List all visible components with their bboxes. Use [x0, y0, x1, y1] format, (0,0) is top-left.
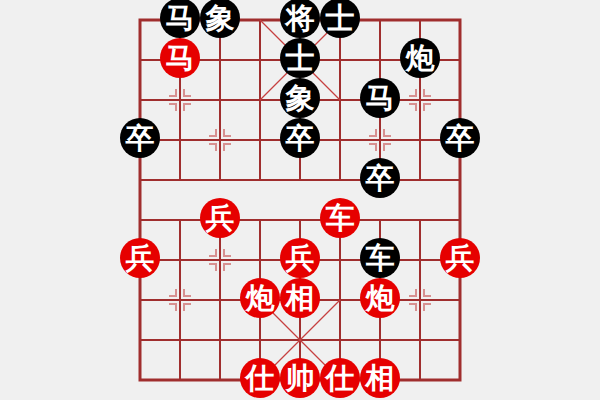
- piece-black-horse[interactable]: 马: [160, 0, 200, 38]
- piece-red-advisor[interactable]: 仕: [240, 358, 280, 398]
- piece-red-cannon[interactable]: 炮: [360, 278, 400, 318]
- piece-black-horse[interactable]: 马: [360, 78, 400, 118]
- xiangqi-app-canvas: 马象将士马士炮象马卒卒卒卒兵车兵兵车兵炮相炮仕帅仕相: [0, 0, 600, 400]
- piece-black-advisor[interactable]: 士: [280, 38, 320, 78]
- piece-red-elephant[interactable]: 相: [280, 278, 320, 318]
- piece-red-pawn[interactable]: 兵: [200, 198, 240, 238]
- piece-red-elephant[interactable]: 相: [360, 358, 400, 398]
- piece-black-advisor[interactable]: 士: [320, 0, 360, 38]
- piece-red-cannon[interactable]: 炮: [240, 278, 280, 318]
- piece-black-cannon[interactable]: 炮: [400, 38, 440, 78]
- piece-red-advisor[interactable]: 仕: [320, 358, 360, 398]
- piece-red-horse[interactable]: 马: [160, 38, 200, 78]
- piece-black-elephant[interactable]: 象: [200, 0, 240, 38]
- piece-black-elephant[interactable]: 象: [280, 78, 320, 118]
- piece-red-pawn[interactable]: 兵: [440, 238, 480, 278]
- piece-red-pawn[interactable]: 兵: [280, 238, 320, 278]
- piece-black-chariot[interactable]: 车: [360, 238, 400, 278]
- piece-black-pawn[interactable]: 卒: [280, 118, 320, 158]
- piece-black-pawn[interactable]: 卒: [120, 118, 160, 158]
- piece-red-pawn[interactable]: 兵: [120, 238, 160, 278]
- piece-black-pawn[interactable]: 卒: [440, 118, 480, 158]
- piece-black-pawn[interactable]: 卒: [360, 158, 400, 198]
- piece-black-general[interactable]: 将: [280, 0, 320, 38]
- piece-red-general[interactable]: 帅: [280, 358, 320, 398]
- piece-red-chariot[interactable]: 车: [320, 198, 360, 238]
